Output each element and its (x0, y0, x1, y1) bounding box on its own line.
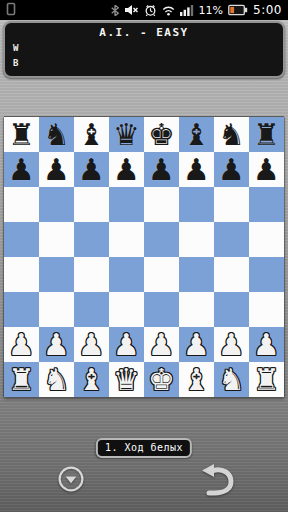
square-e5[interactable] (144, 222, 179, 257)
square-c4[interactable] (74, 257, 109, 292)
move-status-bubble: 1. Ход белых (96, 438, 192, 458)
piece-bP-a7: ♟ (8, 152, 35, 187)
square-f3[interactable] (179, 292, 214, 327)
square-b8[interactable]: ♞ (39, 117, 74, 152)
square-h8[interactable]: ♜ (249, 117, 284, 152)
square-b6[interactable] (39, 187, 74, 222)
square-f8[interactable]: ♝ (179, 117, 214, 152)
square-g1[interactable]: ♞ (214, 362, 249, 397)
square-c3[interactable] (74, 292, 109, 327)
piece-wP-d2: ♟ (113, 327, 140, 362)
piece-wP-e2: ♟ (148, 327, 175, 362)
square-e2[interactable]: ♟ (144, 327, 179, 362)
piece-bB-f8: ♝ (183, 117, 210, 152)
square-c5[interactable] (74, 222, 109, 257)
chess-board[interactable]: ♜♞♝♛♚♝♞♜♟♟♟♟♟♟♟♟♟♟♟♟♟♟♟♟♜♞♝♛♚♝♞♜ (4, 117, 284, 397)
piece-wB-f1: ♝ (183, 362, 210, 397)
square-d5[interactable] (109, 222, 144, 257)
square-h6[interactable] (249, 187, 284, 222)
phone-screen: 11% 5:00 A.I. - EASY W B ♜♞♝♛♚♝♞♜♟♟♟♟♟♟♟… (0, 0, 288, 512)
square-b2[interactable]: ♟ (39, 327, 74, 362)
collapse-button[interactable] (57, 464, 87, 494)
piece-wB-c1: ♝ (78, 362, 105, 397)
square-d8[interactable]: ♛ (109, 117, 144, 152)
square-d6[interactable] (109, 187, 144, 222)
square-a8[interactable]: ♜ (4, 117, 39, 152)
piece-bP-f7: ♟ (183, 152, 210, 187)
status-time: 5:00 (253, 3, 282, 17)
square-b5[interactable] (39, 222, 74, 257)
piece-bP-d7: ♟ (113, 152, 140, 187)
piece-bP-g7: ♟ (218, 152, 245, 187)
square-g8[interactable]: ♞ (214, 117, 249, 152)
piece-bR-a8: ♜ (8, 117, 35, 152)
bluetooth-icon (110, 4, 120, 17)
square-b7[interactable]: ♟ (39, 152, 74, 187)
square-a3[interactable] (4, 292, 39, 327)
square-a2[interactable]: ♟ (4, 327, 39, 362)
mute-icon (125, 4, 139, 16)
piece-wP-c2: ♟ (78, 327, 105, 362)
piece-bQ-d8: ♛ (113, 117, 140, 152)
piece-bN-g8: ♞ (218, 117, 245, 152)
piece-bN-b8: ♞ (43, 117, 70, 152)
square-d7[interactable]: ♟ (109, 152, 144, 187)
square-g6[interactable] (214, 187, 249, 222)
game-info-panel: A.I. - EASY W B (3, 21, 285, 78)
square-f5[interactable] (179, 222, 214, 257)
square-c7[interactable]: ♟ (74, 152, 109, 187)
square-g5[interactable] (214, 222, 249, 257)
piece-wP-a2: ♟ (8, 327, 35, 362)
battery-percent: 11% (199, 4, 223, 17)
square-a1[interactable]: ♜ (4, 362, 39, 397)
square-d2[interactable]: ♟ (109, 327, 144, 362)
square-h7[interactable]: ♟ (249, 152, 284, 187)
square-b4[interactable] (39, 257, 74, 292)
square-e8[interactable]: ♚ (144, 117, 179, 152)
square-e1[interactable]: ♚ (144, 362, 179, 397)
status-bar: 11% 5:00 (0, 0, 288, 20)
piece-wP-b2: ♟ (43, 327, 70, 362)
device-icon (6, 2, 16, 19)
battery-icon (228, 4, 248, 16)
piece-wK-e1: ♚ (148, 362, 175, 397)
piece-wR-a1: ♜ (8, 362, 35, 397)
square-g2[interactable]: ♟ (214, 327, 249, 362)
square-a5[interactable] (4, 222, 39, 257)
game-mode-title: A.I. - EASY (5, 26, 283, 39)
piece-wN-b1: ♞ (43, 362, 70, 397)
square-g4[interactable] (214, 257, 249, 292)
piece-bP-c7: ♟ (78, 152, 105, 187)
alarm-clock-icon (144, 4, 157, 17)
piece-bR-h8: ♜ (253, 117, 280, 152)
piece-wQ-d1: ♛ (113, 362, 140, 397)
square-h2[interactable]: ♟ (249, 327, 284, 362)
square-e3[interactable] (144, 292, 179, 327)
square-d3[interactable] (109, 292, 144, 327)
square-d4[interactable] (109, 257, 144, 292)
undo-button[interactable] (198, 462, 238, 498)
square-e6[interactable] (144, 187, 179, 222)
piece-bP-e7: ♟ (148, 152, 175, 187)
piece-bB-c8: ♝ (78, 117, 105, 152)
square-f4[interactable] (179, 257, 214, 292)
square-c8[interactable]: ♝ (74, 117, 109, 152)
undo-arrow-icon (198, 463, 238, 497)
movelist-white-label: W (13, 42, 283, 54)
square-h5[interactable] (249, 222, 284, 257)
square-b3[interactable] (39, 292, 74, 327)
piece-bP-b7: ♟ (43, 152, 70, 187)
square-c2[interactable]: ♟ (74, 327, 109, 362)
circle-chevron-down-icon (57, 465, 87, 493)
piece-bK-e8: ♚ (148, 117, 175, 152)
piece-wP-g2: ♟ (218, 327, 245, 362)
piece-wP-f2: ♟ (183, 327, 210, 362)
square-h3[interactable] (249, 292, 284, 327)
piece-wN-g1: ♞ (218, 362, 245, 397)
square-d1[interactable]: ♛ (109, 362, 144, 397)
square-a7[interactable]: ♟ (4, 152, 39, 187)
square-f7[interactable]: ♟ (179, 152, 214, 187)
signal-bars-icon (180, 4, 194, 16)
square-h4[interactable] (249, 257, 284, 292)
square-c6[interactable] (74, 187, 109, 222)
square-e4[interactable] (144, 257, 179, 292)
square-g7[interactable]: ♟ (214, 152, 249, 187)
movelist-black-label: B (13, 57, 283, 69)
square-f2[interactable]: ♟ (179, 327, 214, 362)
piece-wR-h1: ♜ (253, 362, 280, 397)
square-f6[interactable] (179, 187, 214, 222)
square-a6[interactable] (4, 187, 39, 222)
piece-wP-h2: ♟ (253, 327, 280, 362)
square-h1[interactable]: ♜ (249, 362, 284, 397)
wifi-icon (162, 5, 175, 16)
square-f1[interactable]: ♝ (179, 362, 214, 397)
square-b1[interactable]: ♞ (39, 362, 74, 397)
square-e7[interactable]: ♟ (144, 152, 179, 187)
piece-bP-h7: ♟ (253, 152, 280, 187)
square-g3[interactable] (214, 292, 249, 327)
square-a4[interactable] (4, 257, 39, 292)
square-c1[interactable]: ♝ (74, 362, 109, 397)
